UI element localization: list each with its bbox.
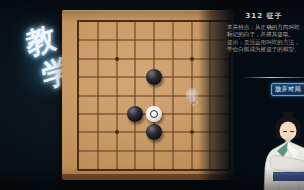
- black-stone: [127, 106, 143, 122]
- star-point: [190, 130, 194, 134]
- lesson-hint: 提示：灵活运用叫吃的方法，学会白棋成为被提子的棋型。: [227, 39, 302, 53]
- game-screen: 教 学 ☝ 312 征子 本关特点：从正确的方向叫吃标记的白子，并将其提取。 提…: [0, 0, 304, 190]
- panel-divider: [243, 77, 304, 78]
- black-stone: [146, 124, 162, 140]
- white-stone: [146, 106, 162, 122]
- lesson-description: 本关特点：从正确的方向叫吃标记的白子，并将其提取。: [227, 24, 302, 38]
- character-sash: [273, 172, 304, 181]
- character-face: [280, 122, 297, 141]
- star-point: [115, 57, 119, 61]
- lesson-title: 312 征子: [224, 11, 304, 21]
- tutor-character: [262, 110, 304, 190]
- star-point: [115, 130, 119, 134]
- give-up-button[interactable]: 放弃对局: [271, 83, 304, 96]
- star-point: [190, 57, 194, 61]
- black-stone: [146, 69, 162, 85]
- grid-line-vertical: [172, 22, 173, 169]
